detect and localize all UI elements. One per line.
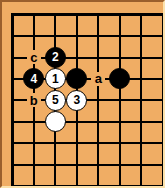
go-board-diagram: 24153cab xyxy=(0,0,165,188)
point-label: a xyxy=(91,72,105,86)
black-stone: 4 xyxy=(23,68,44,89)
white-stone xyxy=(45,111,66,132)
white-stone: 3 xyxy=(66,90,87,111)
white-stone: 5 xyxy=(45,90,66,111)
black-stone: 2 xyxy=(45,47,66,68)
white-stone: 1 xyxy=(45,68,66,89)
board-stones-layer: 24153cab xyxy=(2,4,166,188)
point-label: c xyxy=(27,50,41,64)
black-stone xyxy=(66,68,87,89)
black-stone xyxy=(109,68,130,89)
point-label: b xyxy=(27,93,41,107)
